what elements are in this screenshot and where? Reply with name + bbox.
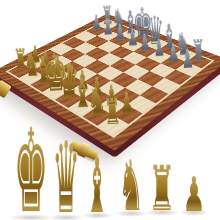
display-piece-shadow bbox=[179, 209, 209, 216]
board-piece-silver-pawn: ♟ bbox=[114, 21, 126, 44]
display-piece-shadow bbox=[48, 214, 84, 220]
board-piece-silver-pawn: ♟ bbox=[102, 16, 114, 39]
board-piece-gold-rook: ♜ bbox=[103, 94, 122, 130]
display-piece-shadow bbox=[145, 209, 180, 216]
board-piece-silver-pawn: ♟ bbox=[153, 36, 165, 60]
display-piece-king: ♚ bbox=[14, 114, 49, 220]
board-piece-silver-pawn: ♟ bbox=[181, 46, 195, 73]
board-piece-silver-pawn: ♟ bbox=[139, 30, 151, 54]
display-piece-pawn: ♟ bbox=[183, 170, 206, 218]
display-piece-knight: ♞ bbox=[118, 151, 143, 220]
display-piece-rook: ♜ bbox=[148, 157, 175, 219]
display-piece-shadow bbox=[9, 214, 53, 220]
board-piece-silver-pawn: ♟ bbox=[167, 41, 180, 66]
board-piece-silver-pawn: ♟ bbox=[91, 12, 102, 34]
board-piece-gold-pawn: ♟ bbox=[119, 88, 134, 118]
board-piece-silver-pawn: ♟ bbox=[126, 25, 138, 49]
display-piece-shadow bbox=[115, 210, 148, 217]
display-piece-shadow bbox=[82, 212, 113, 219]
